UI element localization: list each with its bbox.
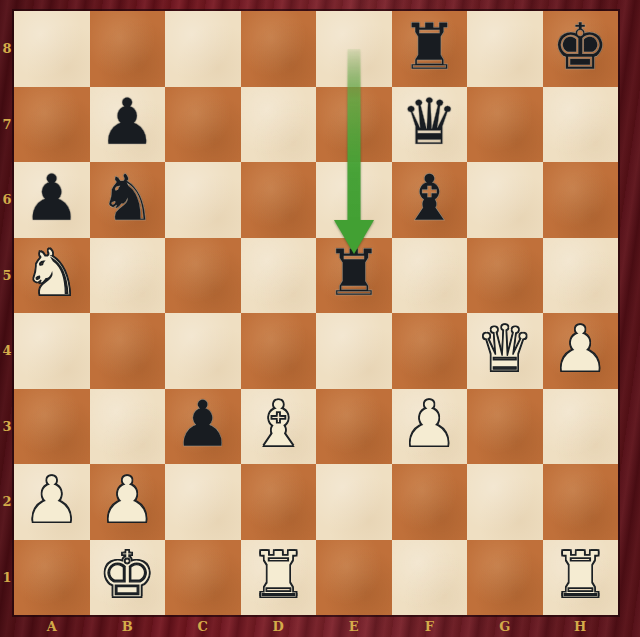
square-f5[interactable] [392, 238, 468, 314]
square-g3[interactable] [467, 389, 543, 465]
black-bishop[interactable]: ♝ [401, 166, 458, 230]
square-h2[interactable] [543, 464, 619, 540]
file-label-g: G [467, 615, 543, 637]
square-b1[interactable]: ♚ [90, 540, 166, 616]
square-f8[interactable]: ♜ [392, 11, 468, 87]
square-g6[interactable] [467, 162, 543, 238]
black-rook[interactable]: ♜ [401, 15, 458, 79]
square-c4[interactable] [165, 313, 241, 389]
square-f7[interactable]: ♛ [392, 87, 468, 163]
square-e5[interactable]: ♜ [316, 238, 392, 314]
square-h7[interactable] [543, 87, 619, 163]
square-b4[interactable] [90, 313, 166, 389]
square-g2[interactable] [467, 464, 543, 540]
file-label-a: A [14, 615, 90, 637]
square-a6[interactable]: ♟ [14, 162, 90, 238]
square-d7[interactable] [241, 87, 317, 163]
square-e4[interactable] [316, 313, 392, 389]
square-c2[interactable] [165, 464, 241, 540]
square-g8[interactable] [467, 11, 543, 87]
square-e2[interactable] [316, 464, 392, 540]
white-bishop[interactable]: ♝ [250, 392, 307, 456]
square-d4[interactable] [241, 313, 317, 389]
square-a3[interactable] [14, 389, 90, 465]
white-pawn[interactable]: ♟ [99, 468, 156, 532]
square-b5[interactable] [90, 238, 166, 314]
white-queen[interactable]: ♛ [476, 317, 533, 381]
rank-label-4: 4 [0, 313, 14, 389]
white-rook[interactable]: ♜ [250, 543, 307, 607]
square-c8[interactable] [165, 11, 241, 87]
file-label-f: F [392, 615, 468, 637]
file-labels: ABCDEFGH [14, 615, 618, 637]
square-h6[interactable] [543, 162, 619, 238]
chess-diagram: 87654321 ♜♚♟♛♟♞♝♞♜♛♟♟♝♟♟♟♚♜♜ ABCDEFGH [0, 0, 640, 637]
square-d8[interactable] [241, 11, 317, 87]
square-d3[interactable]: ♝ [241, 389, 317, 465]
file-label-e: E [316, 615, 392, 637]
file-label-d: D [241, 615, 317, 637]
square-e8[interactable] [316, 11, 392, 87]
square-d6[interactable] [241, 162, 317, 238]
square-a2[interactable]: ♟ [14, 464, 90, 540]
square-a8[interactable] [14, 11, 90, 87]
square-f1[interactable] [392, 540, 468, 616]
rank-label-3: 3 [0, 389, 14, 465]
black-queen[interactable]: ♛ [401, 90, 458, 154]
square-e1[interactable] [316, 540, 392, 616]
rank-label-7: 7 [0, 87, 14, 163]
rank-label-6: 6 [0, 162, 14, 238]
square-h1[interactable]: ♜ [543, 540, 619, 616]
square-f3[interactable]: ♟ [392, 389, 468, 465]
square-c3[interactable]: ♟ [165, 389, 241, 465]
board: ♜♚♟♛♟♞♝♞♜♛♟♟♝♟♟♟♚♜♜ [14, 11, 618, 615]
black-pawn[interactable]: ♟ [23, 166, 80, 230]
square-c1[interactable] [165, 540, 241, 616]
square-e3[interactable] [316, 389, 392, 465]
square-g1[interactable] [467, 540, 543, 616]
square-d5[interactable] [241, 238, 317, 314]
square-g5[interactable] [467, 238, 543, 314]
square-b2[interactable]: ♟ [90, 464, 166, 540]
white-pawn[interactable]: ♟ [401, 392, 458, 456]
white-pawn[interactable]: ♟ [23, 468, 80, 532]
white-pawn[interactable]: ♟ [552, 317, 609, 381]
square-f2[interactable] [392, 464, 468, 540]
square-a7[interactable] [14, 87, 90, 163]
black-rook[interactable]: ♜ [325, 241, 382, 305]
black-knight[interactable]: ♞ [99, 166, 156, 230]
file-label-h: H [543, 615, 619, 637]
white-rook[interactable]: ♜ [552, 543, 609, 607]
white-king[interactable]: ♚ [99, 543, 156, 607]
square-b8[interactable] [90, 11, 166, 87]
square-e6[interactable] [316, 162, 392, 238]
square-g4[interactable]: ♛ [467, 313, 543, 389]
square-h4[interactable]: ♟ [543, 313, 619, 389]
square-c7[interactable] [165, 87, 241, 163]
square-h3[interactable] [543, 389, 619, 465]
square-c5[interactable] [165, 238, 241, 314]
square-e7[interactable] [316, 87, 392, 163]
square-b3[interactable] [90, 389, 166, 465]
black-pawn[interactable]: ♟ [174, 392, 231, 456]
square-f6[interactable]: ♝ [392, 162, 468, 238]
rank-labels: 87654321 [0, 11, 14, 615]
file-label-c: C [165, 615, 241, 637]
square-a4[interactable] [14, 313, 90, 389]
square-b6[interactable]: ♞ [90, 162, 166, 238]
square-a5[interactable]: ♞ [14, 238, 90, 314]
square-b7[interactable]: ♟ [90, 87, 166, 163]
square-d2[interactable] [241, 464, 317, 540]
square-c6[interactable] [165, 162, 241, 238]
rank-label-8: 8 [0, 11, 14, 87]
black-pawn[interactable]: ♟ [99, 90, 156, 154]
square-f4[interactable] [392, 313, 468, 389]
file-label-b: B [90, 615, 166, 637]
rank-label-1: 1 [0, 540, 14, 616]
square-d1[interactable]: ♜ [241, 540, 317, 616]
square-g7[interactable] [467, 87, 543, 163]
white-knight[interactable]: ♞ [23, 241, 80, 305]
rank-label-2: 2 [0, 464, 14, 540]
black-king[interactable]: ♚ [552, 15, 609, 79]
square-h5[interactable] [543, 238, 619, 314]
square-a1[interactable] [14, 540, 90, 616]
rank-label-5: 5 [0, 238, 14, 314]
square-h8[interactable]: ♚ [543, 11, 619, 87]
